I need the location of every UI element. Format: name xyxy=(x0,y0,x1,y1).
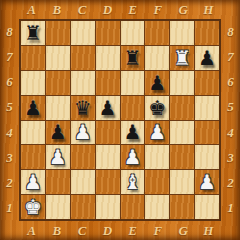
square-h6[interactable] xyxy=(195,71,219,95)
square-f7[interactable] xyxy=(145,46,169,70)
piece-black-rook[interactable]: ♜ xyxy=(24,23,42,43)
square-g8[interactable] xyxy=(170,21,194,45)
square-h1[interactable] xyxy=(195,195,219,219)
square-b7[interactable] xyxy=(46,46,70,70)
square-c2[interactable] xyxy=(71,170,95,194)
square-c5[interactable]: ♛ xyxy=(71,96,95,120)
piece-white-pawn[interactable]: ♟ xyxy=(198,172,216,192)
square-d4[interactable] xyxy=(96,121,120,145)
square-e8[interactable] xyxy=(121,21,145,45)
piece-white-pawn[interactable]: ♟ xyxy=(148,122,166,142)
square-f2[interactable] xyxy=(145,170,169,194)
square-e4[interactable]: ♟ xyxy=(121,121,145,145)
piece-black-pawn[interactable]: ♟ xyxy=(24,98,42,118)
square-a6[interactable] xyxy=(21,71,45,95)
square-a7[interactable] xyxy=(21,46,45,70)
square-a4[interactable] xyxy=(21,121,45,145)
piece-black-queen[interactable]: ♛ xyxy=(74,98,92,118)
square-c7[interactable] xyxy=(71,46,95,70)
square-d7[interactable] xyxy=(96,46,120,70)
square-d3[interactable] xyxy=(96,145,120,169)
square-e7[interactable]: ♜ xyxy=(121,46,145,70)
piece-black-pawn[interactable]: ♟ xyxy=(148,73,166,93)
square-c6[interactable] xyxy=(71,71,95,95)
square-b3[interactable]: ♟ xyxy=(46,145,70,169)
square-a5[interactable]: ♟ xyxy=(21,96,45,120)
square-h8[interactable] xyxy=(195,21,219,45)
square-d6[interactable] xyxy=(96,71,120,95)
piece-white-bishop[interactable]: ♝ xyxy=(123,172,141,192)
square-c8[interactable] xyxy=(71,21,95,45)
square-g1[interactable] xyxy=(170,195,194,219)
square-h7[interactable]: ♟ xyxy=(195,46,219,70)
square-h4[interactable] xyxy=(195,121,219,145)
square-d8[interactable] xyxy=(96,21,120,45)
square-h3[interactable] xyxy=(195,145,219,169)
square-e2[interactable]: ♝ xyxy=(121,170,145,194)
square-b5[interactable] xyxy=(46,96,70,120)
square-e6[interactable] xyxy=(121,71,145,95)
square-f1[interactable] xyxy=(145,195,169,219)
chess-diagram: ABCDEFGH ABCDEFGH 87654321 87654321 ♜♜♜♟… xyxy=(0,0,240,240)
square-e1[interactable] xyxy=(121,195,145,219)
square-g2[interactable] xyxy=(170,170,194,194)
square-d1[interactable] xyxy=(96,195,120,219)
square-a2[interactable]: ♟ xyxy=(21,170,45,194)
piece-white-pawn[interactable]: ♟ xyxy=(24,172,42,192)
piece-white-pawn[interactable]: ♟ xyxy=(74,122,92,142)
square-g4[interactable] xyxy=(170,121,194,145)
square-f8[interactable] xyxy=(145,21,169,45)
piece-black-pawn[interactable]: ♟ xyxy=(123,122,141,142)
square-a1[interactable]: ♚ xyxy=(21,195,45,219)
square-e3[interactable]: ♟ xyxy=(121,145,145,169)
piece-white-pawn[interactable]: ♟ xyxy=(123,147,141,167)
square-d2[interactable] xyxy=(96,170,120,194)
square-g5[interactable] xyxy=(170,96,194,120)
square-f5[interactable]: ♚ xyxy=(145,96,169,120)
square-c4[interactable]: ♟ xyxy=(71,121,95,145)
square-b4[interactable]: ♟ xyxy=(46,121,70,145)
square-f3[interactable] xyxy=(145,145,169,169)
chess-board: ♜♜♜♟♟♟♛♟♚♟♟♟♟♟♟♟♝♟♚ xyxy=(19,19,221,221)
square-a3[interactable] xyxy=(21,145,45,169)
piece-black-rook[interactable]: ♜ xyxy=(123,48,141,68)
square-f6[interactable]: ♟ xyxy=(145,71,169,95)
square-g3[interactable] xyxy=(170,145,194,169)
square-h2[interactable]: ♟ xyxy=(195,170,219,194)
square-e5[interactable] xyxy=(121,96,145,120)
square-d5[interactable]: ♟ xyxy=(96,96,120,120)
square-f4[interactable]: ♟ xyxy=(145,121,169,145)
square-a8[interactable]: ♜ xyxy=(21,21,45,45)
piece-black-pawn[interactable]: ♟ xyxy=(198,48,216,68)
square-c1[interactable] xyxy=(71,195,95,219)
square-g6[interactable] xyxy=(170,71,194,95)
square-b1[interactable] xyxy=(46,195,70,219)
square-b2[interactable] xyxy=(46,170,70,194)
piece-black-pawn[interactable]: ♟ xyxy=(49,122,67,142)
square-b8[interactable] xyxy=(46,21,70,45)
piece-white-rook[interactable]: ♜ xyxy=(173,48,191,68)
square-h5[interactable] xyxy=(195,96,219,120)
piece-black-king[interactable]: ♚ xyxy=(148,98,166,118)
piece-black-pawn[interactable]: ♟ xyxy=(99,98,117,118)
square-g7[interactable]: ♜ xyxy=(170,46,194,70)
piece-white-pawn[interactable]: ♟ xyxy=(49,147,67,167)
square-b6[interactable] xyxy=(46,71,70,95)
square-c3[interactable] xyxy=(71,145,95,169)
piece-white-king[interactable]: ♚ xyxy=(24,197,42,217)
